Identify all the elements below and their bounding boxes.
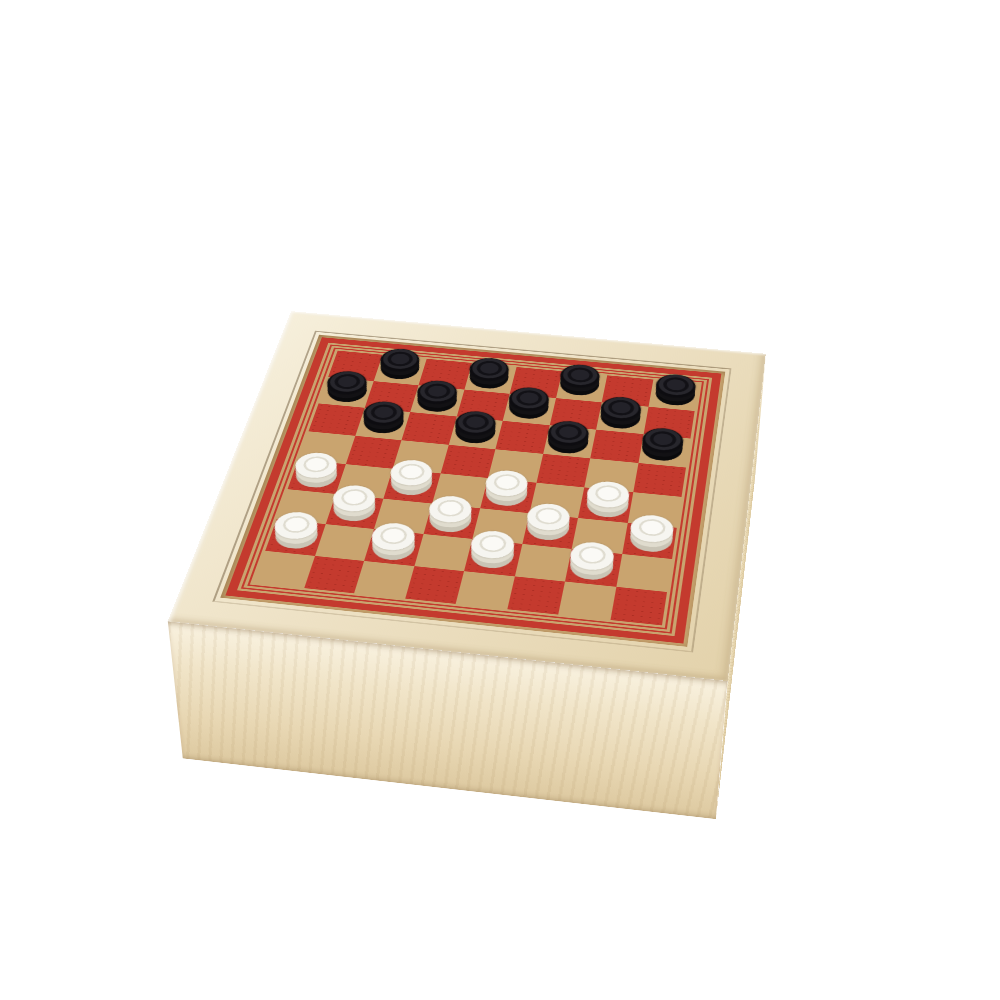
checker-white-g5[interactable] bbox=[584, 491, 630, 521]
square-d4[interactable] bbox=[440, 444, 495, 478]
square-g3[interactable] bbox=[590, 430, 643, 463]
square-b2[interactable] bbox=[364, 381, 418, 412]
latch-hook-icon bbox=[718, 783, 720, 801]
square-d1[interactable] bbox=[464, 363, 517, 394]
square-g1[interactable] bbox=[602, 375, 653, 406]
checker-white-e7[interactable] bbox=[468, 541, 517, 572]
square-c2[interactable] bbox=[410, 385, 464, 416]
product-photo-stage bbox=[0, 0, 1000, 1000]
checker-white-a7[interactable] bbox=[271, 522, 322, 553]
square-b1[interactable] bbox=[373, 355, 426, 385]
square-e3[interactable] bbox=[495, 421, 549, 454]
square-b4[interactable] bbox=[345, 435, 401, 468]
square-f2[interactable] bbox=[549, 398, 601, 430]
checker-white-g7[interactable] bbox=[567, 552, 615, 584]
square-f1[interactable] bbox=[556, 371, 608, 402]
checker-white-c5[interactable] bbox=[387, 470, 435, 499]
square-e2[interactable] bbox=[503, 394, 556, 426]
checker-white-h6[interactable] bbox=[628, 526, 675, 557]
square-a3[interactable] bbox=[309, 403, 365, 435]
square-e1[interactable] bbox=[510, 367, 562, 398]
square-h2[interactable] bbox=[643, 406, 695, 438]
box-top-face bbox=[168, 311, 766, 681]
checker-white-e5[interactable] bbox=[483, 480, 530, 509]
checker-white-f6[interactable] bbox=[525, 514, 572, 544]
square-d2[interactable] bbox=[456, 389, 509, 421]
square-a2[interactable] bbox=[319, 377, 374, 408]
square-a1[interactable] bbox=[328, 351, 382, 381]
square-b3[interactable] bbox=[355, 408, 410, 440]
square-d3[interactable] bbox=[448, 416, 502, 449]
square-h3[interactable] bbox=[638, 434, 690, 467]
square-c1[interactable] bbox=[419, 359, 472, 389]
square-h1[interactable] bbox=[648, 380, 699, 411]
square-g2[interactable] bbox=[596, 402, 648, 434]
square-c3[interactable] bbox=[402, 412, 457, 444]
checker-white-b6[interactable] bbox=[330, 496, 379, 526]
checker-white-c7[interactable] bbox=[368, 533, 418, 564]
checker-white-d6[interactable] bbox=[426, 506, 474, 536]
square-f3[interactable] bbox=[543, 425, 596, 458]
wooden-game-box bbox=[168, 311, 766, 681]
